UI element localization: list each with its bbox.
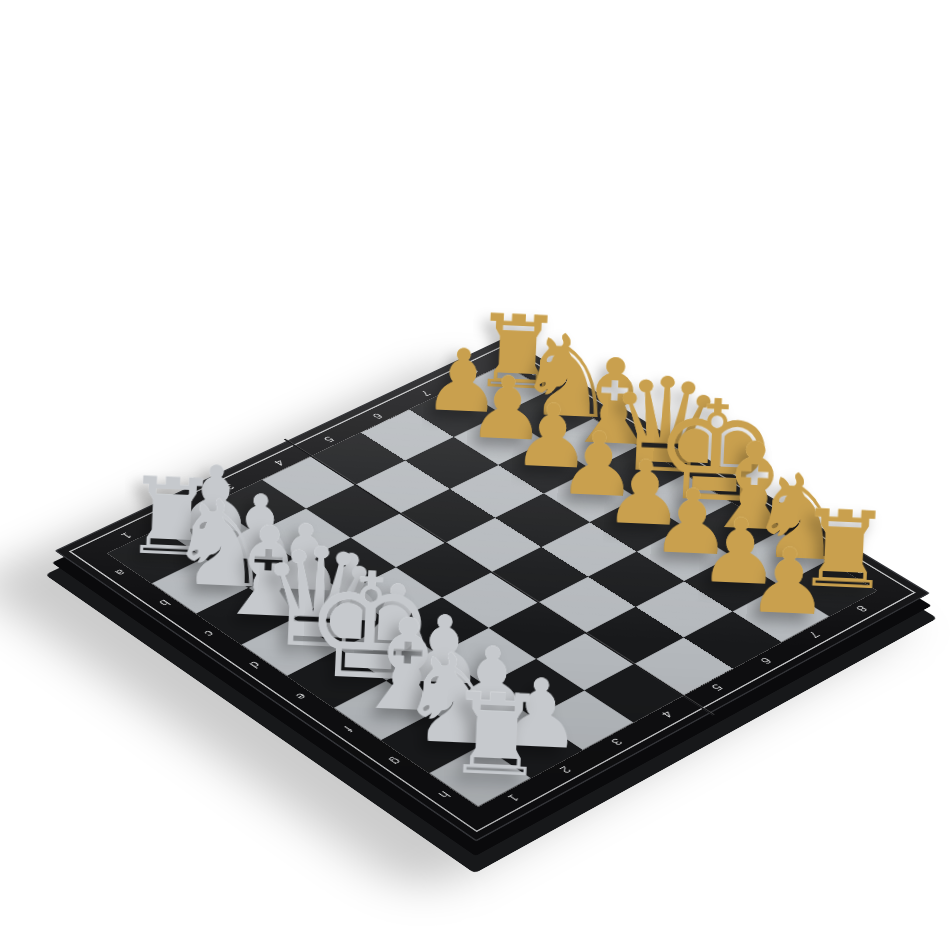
file-label-e-rank1-edge: e (293, 691, 310, 702)
piece-gold-pawn[interactable]: ♟ (746, 534, 818, 628)
file-label-c-rank1-edge: c (201, 629, 217, 639)
rank-label-4-filea-edge: 4 (271, 458, 287, 467)
file-label-f-rank1-edge: f (341, 724, 355, 733)
rank-label-6-fileh-edge: 6 (757, 656, 774, 666)
file-label-h-rank1-edge: h (435, 789, 453, 800)
chess-board: ♜♞♝♛♚♝♞♜♟♟♟♟♟♟♟♟♟♟♟♟♟♟♟♟♜♞♝♛♚♝♞♜ aabbccd… (54, 337, 930, 841)
rank-label-5-filea-edge: 5 (321, 435, 337, 444)
rank-label-4-fileh-edge: 4 (659, 709, 676, 720)
rank-label-2-fileh-edge: 2 (557, 764, 575, 775)
file-label-d-rank1-edge: d (246, 660, 263, 670)
scene: ♜♞♝♛♚♝♞♜♟♟♟♟♟♟♟♟♟♟♟♟♟♟♟♟♜♞♝♛♚♝♞♜ aabbccd… (0, 0, 950, 950)
rank-label-7-fileh-edge: 7 (806, 629, 823, 639)
piece-silver-rook[interactable]: ♜ (443, 678, 520, 793)
file-label-g-rank1-edge: g (387, 756, 404, 767)
rank-label-6-filea-edge: 6 (370, 412, 386, 421)
rank-label-5-fileh-edge: 5 (708, 682, 725, 693)
rank-label-1-fileh-edge: 1 (504, 793, 522, 804)
file-label-a-rank1-edge: a (112, 568, 128, 578)
rank-label-3-fileh-edge: 3 (608, 736, 625, 747)
